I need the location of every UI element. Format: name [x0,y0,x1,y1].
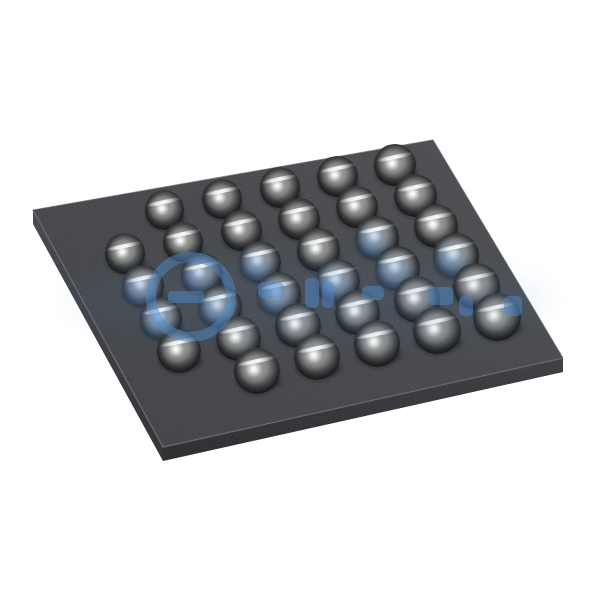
solder-ball [473,293,521,341]
solder-ball [413,307,460,354]
solder-ball [234,348,280,394]
product-image-stage: 3D render of a dark gray BGA/WLCSP integ… [0,0,600,600]
